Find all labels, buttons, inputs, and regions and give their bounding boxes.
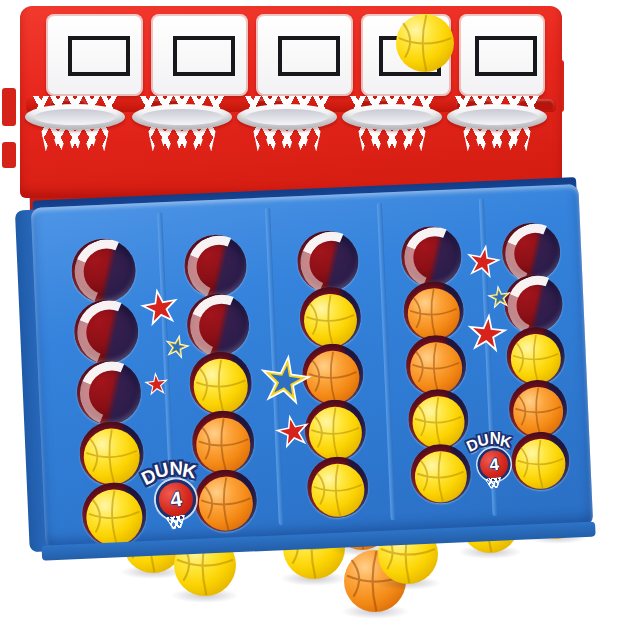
star-sticker-blue: [255, 351, 316, 412]
grid-ball: [302, 293, 357, 348]
backboard: [459, 14, 545, 96]
star-sticker-blue: [485, 283, 513, 311]
grid-ball: [192, 358, 249, 415]
basket-hoop: [342, 104, 442, 158]
backboard: [151, 14, 248, 96]
board-cell-col3-row4: [303, 399, 367, 463]
grid-ball: [307, 406, 362, 461]
column-divider: [377, 203, 396, 521]
hoop-rim: [237, 104, 337, 130]
grid-ball: [310, 463, 365, 518]
backboard-target-square: [379, 36, 441, 76]
backboard-target-square: [68, 36, 130, 76]
board-cell-col2-row3: [188, 351, 253, 416]
hoop-rim: [25, 104, 125, 130]
basket-hoop: [25, 104, 125, 158]
board-cell-col2-row2: [185, 292, 250, 357]
grid-ball: [412, 396, 466, 450]
panel-side-tab: [2, 142, 16, 168]
star-sticker-red: [137, 285, 183, 331]
hoop-rim: [342, 104, 442, 130]
grid-ball: [407, 287, 461, 341]
backboard-target-square: [173, 36, 235, 76]
star-sticker-red: [272, 411, 315, 454]
dunk4-logo: DUNK4: [458, 427, 524, 490]
basket-hoop: [237, 104, 337, 158]
basket-hoop: [447, 104, 547, 158]
backboard-target-square: [475, 36, 537, 76]
star-sticker-red: [464, 311, 510, 357]
logo-number-ring: 4: [476, 446, 512, 482]
backboard-target-square: [278, 36, 340, 76]
board-cell-col3-row5: [305, 455, 369, 519]
board-cell-col1-row2: [73, 298, 140, 365]
panel-side-tab: [2, 88, 16, 126]
board-cell-col5-row3: [506, 326, 566, 386]
grid-ball: [409, 341, 463, 395]
board-cell-col3-row1: [296, 229, 360, 293]
dunk4-logo: DUNK4: [130, 453, 213, 533]
board-cell-col1-row3: [76, 359, 143, 426]
board-cell-col1-row1: [70, 237, 137, 304]
star-sticker-red: [142, 370, 169, 397]
star-sticker-blue: [162, 332, 193, 363]
star-sticker-red: [462, 241, 504, 283]
board-cell-col5-row1: [501, 222, 561, 282]
board-cell-col2-row1: [183, 233, 248, 298]
board-cell-col4-row3: [405, 334, 467, 396]
backboard: [256, 14, 353, 96]
board-cell-col4-row2: [403, 280, 465, 342]
basket-hoop: [132, 104, 232, 158]
grid-ball: [512, 385, 564, 437]
grid-ball: [510, 333, 562, 385]
backboard: [361, 14, 451, 96]
board-cell-col3-row2: [298, 286, 362, 350]
hoop-rim: [447, 104, 547, 130]
dunk4-product-photo: DUNK4DUNK4: [0, 0, 620, 620]
board-cell-col4-row1: [400, 225, 462, 287]
hoop-backboard-panel: [20, 6, 562, 198]
hoop-rim: [132, 104, 232, 130]
backboard: [46, 14, 143, 96]
